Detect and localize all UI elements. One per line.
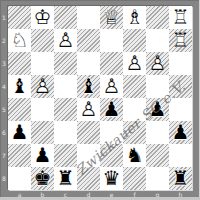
- square-c1[interactable]: [54, 6, 77, 29]
- white-pawn: ♙: [54, 29, 77, 52]
- chess-diagram: 12345678 ♚♔♛♕♝♗♜♖♞♘♟♙♜♖♟♙♟♙♝♟♙♝♟♙♟♙♟♟♟♟♟…: [0, 0, 200, 200]
- square-h2[interactable]: ♜♖: [169, 29, 192, 52]
- square-d3[interactable]: [77, 52, 100, 75]
- square-c3[interactable]: [54, 52, 77, 75]
- white-pawn-fill: ♟: [77, 98, 100, 121]
- square-e7[interactable]: [100, 144, 123, 167]
- square-g2[interactable]: [146, 29, 169, 52]
- square-b4[interactable]: ♟♙: [31, 75, 54, 98]
- square-b3[interactable]: [31, 52, 54, 75]
- square-f4[interactable]: [123, 75, 146, 98]
- square-h6[interactable]: ♟: [169, 121, 192, 144]
- square-d6[interactable]: [77, 121, 100, 144]
- white-pawn: ♙: [146, 52, 169, 75]
- square-h7[interactable]: [169, 144, 192, 167]
- square-a1[interactable]: [8, 6, 31, 29]
- black-pawn: ♟: [100, 98, 123, 121]
- rank-label-6: 6: [0, 121, 8, 144]
- square-h1[interactable]: ♜♖: [169, 6, 192, 29]
- white-pawn-fill: ♟: [100, 75, 123, 98]
- square-g6[interactable]: [146, 121, 169, 144]
- white-bishop-fill: ♝: [123, 6, 146, 29]
- white-pawn: ♙: [77, 98, 100, 121]
- square-e3[interactable]: [100, 52, 123, 75]
- square-c7[interactable]: [54, 144, 77, 167]
- square-a3[interactable]: [8, 52, 31, 75]
- square-b7[interactable]: ♟: [31, 144, 54, 167]
- square-a2[interactable]: ♞♘: [8, 29, 31, 52]
- square-c2[interactable]: ♟♙: [54, 29, 77, 52]
- square-f3[interactable]: ♟♙: [123, 52, 146, 75]
- square-b5[interactable]: [31, 98, 54, 121]
- square-a5[interactable]: [8, 98, 31, 121]
- white-pawn: ♙: [31, 75, 54, 98]
- square-f8[interactable]: [123, 167, 146, 190]
- square-g8[interactable]: [146, 167, 169, 190]
- square-f2[interactable]: [123, 29, 146, 52]
- square-c4[interactable]: [54, 75, 77, 98]
- white-pawn: ♙: [100, 75, 123, 98]
- square-e4[interactable]: ♟♙: [100, 75, 123, 98]
- white-king-fill: ♚: [31, 6, 54, 29]
- black-pawn: ♟: [8, 121, 31, 144]
- black-bishop: ♝: [77, 75, 100, 98]
- square-b8[interactable]: ♚: [31, 167, 54, 190]
- square-c8[interactable]: ♜: [54, 167, 77, 190]
- square-b2[interactable]: [31, 29, 54, 52]
- square-g3[interactable]: ♟♙: [146, 52, 169, 75]
- black-pawn: ♟: [31, 144, 54, 167]
- square-a8[interactable]: [8, 167, 31, 190]
- black-rook: ♜: [169, 167, 192, 190]
- black-knight: ♞: [123, 144, 146, 167]
- white-pawn-fill: ♟: [31, 75, 54, 98]
- white-rook: ♖: [169, 6, 192, 29]
- square-d7[interactable]: [77, 144, 100, 167]
- rank-label-7: 7: [0, 144, 8, 167]
- square-f1[interactable]: ♝♗: [123, 6, 146, 29]
- black-king: ♚: [31, 167, 54, 190]
- rank-labels: 12345678: [0, 6, 8, 190]
- black-pawn: ♟: [146, 98, 169, 121]
- white-queen: ♕: [100, 6, 123, 29]
- black-pawn: ♟: [169, 121, 192, 144]
- rank-label-4: 4: [0, 75, 8, 98]
- square-h3[interactable]: [169, 52, 192, 75]
- square-f6[interactable]: [123, 121, 146, 144]
- white-bishop: ♗: [123, 6, 146, 29]
- white-knight: ♘: [8, 29, 31, 52]
- frame-bevel: [0, 197, 200, 200]
- square-g4[interactable]: [146, 75, 169, 98]
- black-bishop: ♝: [8, 75, 31, 98]
- square-b1[interactable]: ♚♔: [31, 6, 54, 29]
- white-pawn: ♙: [123, 52, 146, 75]
- black-queen: ♛: [100, 167, 123, 190]
- white-king: ♔: [31, 6, 54, 29]
- square-d1[interactable]: [77, 6, 100, 29]
- square-e2[interactable]: [100, 29, 123, 52]
- square-f5[interactable]: [123, 98, 146, 121]
- square-a6[interactable]: ♟: [8, 121, 31, 144]
- square-h4[interactable]: [169, 75, 192, 98]
- rank-label-8: 8: [0, 167, 8, 190]
- rank-label-2: 2: [0, 29, 8, 52]
- white-rook: ♖: [169, 29, 192, 52]
- white-queen-fill: ♛: [100, 6, 123, 29]
- square-a4[interactable]: ♝: [8, 75, 31, 98]
- white-pawn-fill: ♟: [54, 29, 77, 52]
- rank-label-3: 3: [0, 52, 8, 75]
- square-a7[interactable]: [8, 144, 31, 167]
- white-rook-fill: ♜: [169, 29, 192, 52]
- square-e1[interactable]: ♛♕: [100, 6, 123, 29]
- square-g7[interactable]: [146, 144, 169, 167]
- square-h5[interactable]: [169, 98, 192, 121]
- square-d8[interactable]: [77, 167, 100, 190]
- square-e8[interactable]: ♛: [100, 167, 123, 190]
- square-g1[interactable]: [146, 6, 169, 29]
- white-pawn-fill: ♟: [123, 52, 146, 75]
- black-rook: ♜: [54, 167, 77, 190]
- white-pawn-fill: ♟: [146, 52, 169, 75]
- square-d2[interactable]: [77, 29, 100, 52]
- square-d5[interactable]: ♟♙: [77, 98, 100, 121]
- square-g5[interactable]: ♟: [146, 98, 169, 121]
- square-e5[interactable]: ♟: [100, 98, 123, 121]
- rank-label-5: 5: [0, 98, 8, 121]
- square-e6[interactable]: [100, 121, 123, 144]
- white-knight-fill: ♞: [8, 29, 31, 52]
- square-f7[interactable]: ♞: [123, 144, 146, 167]
- square-b6[interactable]: [31, 121, 54, 144]
- square-c6[interactable]: [54, 121, 77, 144]
- square-d4[interactable]: ♝: [77, 75, 100, 98]
- square-h8[interactable]: ♜: [169, 167, 192, 190]
- square-c5[interactable]: [54, 98, 77, 121]
- rank-label-1: 1: [0, 6, 8, 29]
- white-rook-fill: ♜: [169, 6, 192, 29]
- chess-board: ♚♔♛♕♝♗♜♖♞♘♟♙♜♖♟♙♟♙♝♟♙♝♟♙♟♙♟♟♟♟♟♞♚♜♛♜: [8, 6, 192, 190]
